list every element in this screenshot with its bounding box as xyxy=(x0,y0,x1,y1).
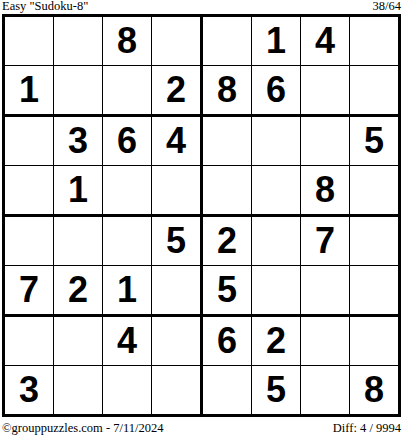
cell-r7c6[interactable]: 2 xyxy=(252,317,301,366)
cell-r1c3[interactable]: 8 xyxy=(103,17,152,66)
cell-r2c3[interactable] xyxy=(103,66,152,117)
cell-r2c5[interactable]: 8 xyxy=(203,66,252,117)
cell-r8c1[interactable]: 3 xyxy=(5,366,54,414)
cell-r2c2[interactable] xyxy=(54,66,103,117)
footer-difficulty: Diff: 4 / 9994 xyxy=(333,421,401,435)
cell-r5c3[interactable] xyxy=(103,217,152,266)
cell-r3c4[interactable]: 4 xyxy=(152,117,203,166)
cell-r7c1[interactable] xyxy=(5,317,54,366)
cell-r2c4[interactable]: 2 xyxy=(152,66,203,117)
cell-r5c8[interactable] xyxy=(350,217,398,266)
cell-r2c7[interactable] xyxy=(301,66,350,117)
cell-r4c3[interactable] xyxy=(103,166,152,217)
sudoku-board: 81412863645185277215462358 xyxy=(2,14,401,417)
cell-r6c3[interactable]: 1 xyxy=(103,266,152,317)
cell-r5c5[interactable]: 2 xyxy=(203,217,252,266)
cell-r6c2[interactable]: 2 xyxy=(54,266,103,317)
cell-r2c6[interactable]: 6 xyxy=(252,66,301,117)
cell-r6c4[interactable] xyxy=(152,266,203,317)
page-title: Easy "Sudoku-8" xyxy=(2,0,88,13)
puzzle-page: Easy "Sudoku-8" 38/64 814128636451852772… xyxy=(0,0,403,437)
cell-r1c4[interactable] xyxy=(152,17,203,66)
cell-r7c2[interactable] xyxy=(54,317,103,366)
cell-r4c1[interactable] xyxy=(5,166,54,217)
cell-r4c5[interactable] xyxy=(203,166,252,217)
cell-r6c8[interactable] xyxy=(350,266,398,317)
cell-r3c5[interactable] xyxy=(203,117,252,166)
cell-r5c1[interactable] xyxy=(5,217,54,266)
cell-r7c4[interactable] xyxy=(152,317,203,366)
cell-r8c2[interactable] xyxy=(54,366,103,414)
cell-r3c7[interactable] xyxy=(301,117,350,166)
cell-r8c7[interactable] xyxy=(301,366,350,414)
cell-r4c7[interactable]: 8 xyxy=(301,166,350,217)
cell-r7c8[interactable] xyxy=(350,317,398,366)
footer: ©grouppuzzles.com - 7/11/2024 Diff: 4 / … xyxy=(2,420,401,435)
cell-r5c2[interactable] xyxy=(54,217,103,266)
footer-copyright: ©grouppuzzles.com - 7/11/2024 xyxy=(2,421,163,435)
cell-r4c6[interactable] xyxy=(252,166,301,217)
cell-r5c7[interactable]: 7 xyxy=(301,217,350,266)
cell-r4c8[interactable] xyxy=(350,166,398,217)
cell-r4c4[interactable] xyxy=(152,166,203,217)
cell-r3c3[interactable]: 6 xyxy=(103,117,152,166)
cell-r5c6[interactable] xyxy=(252,217,301,266)
cell-r6c1[interactable]: 7 xyxy=(5,266,54,317)
cell-r3c8[interactable]: 5 xyxy=(350,117,398,166)
cell-r1c2[interactable] xyxy=(54,17,103,66)
cell-r7c3[interactable]: 4 xyxy=(103,317,152,366)
cell-r3c1[interactable] xyxy=(5,117,54,166)
cell-r1c6[interactable]: 1 xyxy=(252,17,301,66)
cell-r1c7[interactable]: 4 xyxy=(301,17,350,66)
cell-r3c6[interactable] xyxy=(252,117,301,166)
cell-r3c2[interactable]: 3 xyxy=(54,117,103,166)
cell-r8c6[interactable]: 5 xyxy=(252,366,301,414)
cell-r4c2[interactable]: 1 xyxy=(54,166,103,217)
cell-r8c3[interactable] xyxy=(103,366,152,414)
cell-r2c1[interactable]: 1 xyxy=(5,66,54,117)
cell-r6c7[interactable] xyxy=(301,266,350,317)
cell-r8c5[interactable] xyxy=(203,366,252,414)
cell-r1c5[interactable] xyxy=(203,17,252,66)
cell-r8c8[interactable]: 8 xyxy=(350,366,398,414)
cell-r6c6[interactable] xyxy=(252,266,301,317)
cell-r7c5[interactable]: 6 xyxy=(203,317,252,366)
cell-r7c7[interactable] xyxy=(301,317,350,366)
cell-r1c8[interactable] xyxy=(350,17,398,66)
cell-r5c4[interactable]: 5 xyxy=(152,217,203,266)
cell-r2c8[interactable] xyxy=(350,66,398,117)
empty-cells-counter: 38/64 xyxy=(373,0,401,13)
header: Easy "Sudoku-8" 38/64 xyxy=(2,0,401,14)
cell-r1c1[interactable] xyxy=(5,17,54,66)
cell-r8c4[interactable] xyxy=(152,366,203,414)
cell-r6c5[interactable]: 5 xyxy=(203,266,252,317)
